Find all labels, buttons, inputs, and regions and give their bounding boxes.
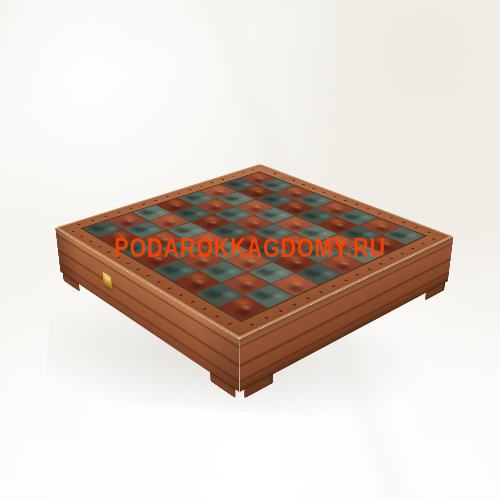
box-foot — [425, 282, 445, 301]
product-photo: ♜♞♟♝♟♛♟♚♟♝♟♞♟♟♜♟♟♜♟♟♞♟♝♟♛♟♚♟♝♟♞♜ PODAROK… — [0, 0, 500, 500]
box-foot — [244, 373, 273, 398]
watermark: PODAROKKAGDOMY.RU — [50, 233, 450, 264]
brass-latch-icon — [102, 271, 112, 290]
box-foot — [63, 272, 80, 292]
box-foot — [210, 371, 235, 398]
